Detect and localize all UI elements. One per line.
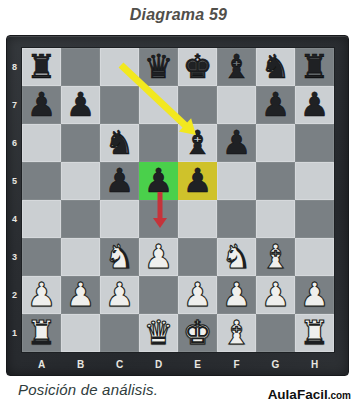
piece-white-pawn: ♟	[27, 276, 57, 314]
square-c6: ♞	[100, 124, 139, 162]
square-c7	[100, 86, 139, 124]
piece-black-pawn: ♟	[105, 162, 135, 200]
rank-label-3: 3	[7, 238, 22, 276]
rank-label-2: 2	[7, 276, 22, 314]
square-d5: ♟	[139, 162, 178, 200]
square-e4	[178, 200, 217, 238]
square-h7: ♟	[295, 86, 334, 124]
square-g6	[256, 124, 295, 162]
piece-white-pawn: ♟	[105, 276, 135, 314]
piece-white-knight: ♞	[105, 238, 135, 276]
piece-black-pawn: ♟	[261, 86, 291, 124]
square-d1: ♛	[139, 314, 178, 352]
piece-white-rook: ♜	[300, 314, 330, 352]
square-d3: ♟	[139, 238, 178, 276]
square-a2: ♟	[22, 276, 61, 314]
piece-white-pawn: ♟	[222, 276, 252, 314]
board-squares: ♜♛♚♝♞♜♟♟♟♟♞♝♟♟♟♟♞♟♞♝♟♟♟♟♟♟♟♜♛♚♝♜	[22, 48, 334, 352]
rank-label-4: 4	[7, 200, 22, 238]
rank-label-1: 1	[7, 314, 22, 352]
square-f1: ♝	[217, 314, 256, 352]
square-f8: ♝	[217, 48, 256, 86]
square-b4	[61, 200, 100, 238]
square-d6	[139, 124, 178, 162]
piece-white-bishop: ♝	[222, 314, 252, 352]
piece-white-pawn: ♟	[66, 276, 96, 314]
piece-white-pawn: ♟	[144, 238, 174, 276]
file-label-g: G	[256, 353, 295, 375]
square-b3	[61, 238, 100, 276]
piece-black-pawn: ♟	[222, 124, 252, 162]
square-c8	[100, 48, 139, 86]
piece-black-knight: ♞	[261, 48, 291, 86]
file-label-h: H	[295, 353, 334, 375]
piece-white-queen: ♛	[144, 314, 174, 352]
square-e1: ♚	[178, 314, 217, 352]
square-a1: ♜	[22, 314, 61, 352]
square-h6	[295, 124, 334, 162]
square-g4	[256, 200, 295, 238]
piece-black-queen: ♛	[144, 48, 174, 86]
piece-black-rook: ♜	[300, 48, 330, 86]
piece-black-pawn: ♟	[183, 162, 213, 200]
piece-black-pawn: ♟	[27, 86, 57, 124]
piece-black-pawn: ♟	[66, 86, 96, 124]
piece-black-pawn: ♟	[144, 162, 174, 200]
square-g7: ♟	[256, 86, 295, 124]
piece-white-pawn: ♟	[300, 276, 330, 314]
diagram-title: Diagrama 59	[0, 6, 357, 24]
piece-white-rook: ♜	[27, 314, 57, 352]
piece-white-knight: ♞	[222, 238, 252, 276]
file-label-a: A	[22, 353, 61, 375]
square-a4	[22, 200, 61, 238]
square-b2: ♟	[61, 276, 100, 314]
square-d2	[139, 276, 178, 314]
file-label-b: B	[61, 353, 100, 375]
square-h4	[295, 200, 334, 238]
square-d8: ♛	[139, 48, 178, 86]
file-label-d: D	[139, 353, 178, 375]
square-d7	[139, 86, 178, 124]
square-h3	[295, 238, 334, 276]
square-c3: ♞	[100, 238, 139, 276]
file-label-e: E	[178, 353, 217, 375]
square-c5: ♟	[100, 162, 139, 200]
square-b8	[61, 48, 100, 86]
piece-black-rook: ♜	[27, 48, 57, 86]
square-g1	[256, 314, 295, 352]
piece-white-pawn: ♟	[183, 276, 213, 314]
square-f4	[217, 200, 256, 238]
rank-label-8: 8	[7, 48, 22, 86]
piece-black-knight: ♞	[105, 124, 135, 162]
square-h8: ♜	[295, 48, 334, 86]
rank-label-6: 6	[7, 124, 22, 162]
piece-black-king: ♚	[183, 48, 213, 86]
square-h5	[295, 162, 334, 200]
square-h2: ♟	[295, 276, 334, 314]
piece-white-bishop: ♝	[261, 238, 291, 276]
square-e3	[178, 238, 217, 276]
piece-black-pawn: ♟	[300, 86, 330, 124]
square-g8: ♞	[256, 48, 295, 86]
square-c4	[100, 200, 139, 238]
square-f6: ♟	[217, 124, 256, 162]
rank-labels: 87654321	[7, 48, 22, 352]
square-f3: ♞	[217, 238, 256, 276]
square-f7	[217, 86, 256, 124]
square-d4	[139, 200, 178, 238]
site-logo-suffix: .com	[328, 390, 351, 401]
square-a7: ♟	[22, 86, 61, 124]
site-logo-name: AulaFacil	[268, 387, 328, 402]
square-b1	[61, 314, 100, 352]
square-c1	[100, 314, 139, 352]
rank-label-5: 5	[7, 162, 22, 200]
rank-label-7: 7	[7, 86, 22, 124]
square-e2: ♟	[178, 276, 217, 314]
piece-white-pawn: ♟	[261, 276, 291, 314]
piece-white-king: ♚	[183, 314, 213, 352]
square-a8: ♜	[22, 48, 61, 86]
square-c2: ♟	[100, 276, 139, 314]
file-labels: ABCDEFGH	[22, 353, 334, 375]
square-h1: ♜	[295, 314, 334, 352]
square-e6: ♝	[178, 124, 217, 162]
square-b6	[61, 124, 100, 162]
square-g3: ♝	[256, 238, 295, 276]
square-b7: ♟	[61, 86, 100, 124]
chess-board-frame: 87654321 ♜♛♚♝♞♜♟♟♟♟♞♝♟♟♟♟♞♟♞♝♟♟♟♟♟♟♟♜♛♚♝…	[6, 35, 349, 376]
square-b5	[61, 162, 100, 200]
square-f2: ♟	[217, 276, 256, 314]
square-a5	[22, 162, 61, 200]
piece-black-bishop: ♝	[183, 124, 213, 162]
square-a3	[22, 238, 61, 276]
square-e5: ♟	[178, 162, 217, 200]
file-label-f: F	[217, 353, 256, 375]
square-e7	[178, 86, 217, 124]
square-g5	[256, 162, 295, 200]
square-a6	[22, 124, 61, 162]
square-f5	[217, 162, 256, 200]
board-caption: Posición de análisis.	[18, 381, 158, 398]
site-logo: AulaFacil.com	[268, 385, 351, 403]
square-g2: ♟	[256, 276, 295, 314]
piece-black-bishop: ♝	[222, 48, 252, 86]
file-label-c: C	[100, 353, 139, 375]
square-e8: ♚	[178, 48, 217, 86]
